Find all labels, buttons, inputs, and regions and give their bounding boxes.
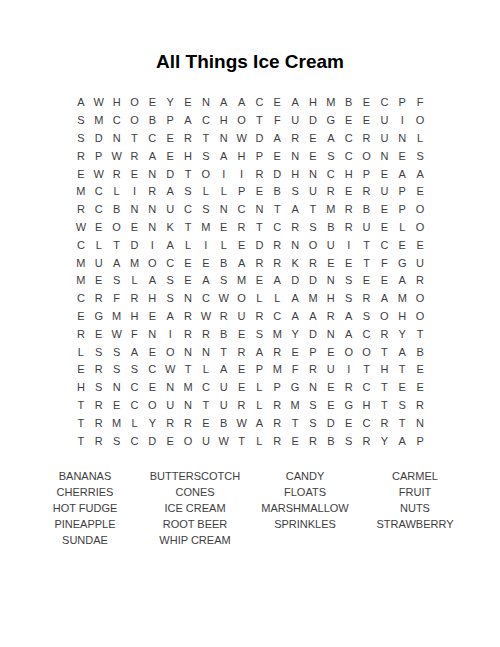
grid-cell[interactable]: A xyxy=(197,272,215,290)
grid-cell[interactable]: G xyxy=(322,112,340,130)
grid-cell[interactable]: C xyxy=(251,94,269,112)
grid-cell[interactable]: N xyxy=(197,94,215,112)
grid-cell[interactable]: M xyxy=(304,290,322,308)
grid-cell[interactable]: T xyxy=(197,397,215,415)
grid-cell[interactable]: E xyxy=(322,379,340,397)
grid-cell[interactable]: C xyxy=(143,361,161,379)
grid-cell[interactable]: S xyxy=(197,201,215,219)
grid-cell[interactable]: S xyxy=(304,397,322,415)
grid-cell[interactable]: R xyxy=(268,236,286,254)
grid-cell[interactable]: U xyxy=(215,397,233,415)
grid-cell[interactable]: S xyxy=(108,361,126,379)
grid-cell[interactable]: A xyxy=(393,343,411,361)
grid-cell[interactable]: R xyxy=(126,147,144,165)
grid-cell[interactable]: O xyxy=(411,112,429,130)
grid-cell[interactable]: B xyxy=(143,112,161,130)
grid-cell[interactable]: N xyxy=(126,201,144,219)
grid-cell[interactable]: E xyxy=(286,432,304,450)
grid-cell[interactable]: A xyxy=(161,308,179,326)
grid-cell[interactable]: C xyxy=(197,379,215,397)
grid-cell[interactable]: C xyxy=(126,379,144,397)
grid-cell[interactable]: D xyxy=(143,432,161,450)
grid-cell[interactable]: R xyxy=(268,397,286,415)
grid-cell[interactable]: A xyxy=(268,272,286,290)
grid-cell[interactable]: E xyxy=(143,308,161,326)
grid-cell[interactable]: A xyxy=(215,94,233,112)
grid-cell[interactable]: S xyxy=(393,397,411,415)
grid-cell[interactable]: E xyxy=(375,201,393,219)
grid-cell[interactable]: C xyxy=(161,254,179,272)
grid-cell[interactable]: T xyxy=(286,414,304,432)
grid-cell[interactable]: L xyxy=(179,236,197,254)
grid-cell[interactable]: R xyxy=(340,379,358,397)
grid-cell[interactable]: B xyxy=(322,219,340,237)
grid-cell[interactable]: S xyxy=(108,343,126,361)
grid-cell[interactable]: S xyxy=(340,290,358,308)
grid-cell[interactable]: A xyxy=(233,254,251,272)
grid-cell[interactable]: E xyxy=(340,112,358,130)
grid-cell[interactable]: S xyxy=(411,147,429,165)
grid-cell[interactable]: P xyxy=(268,379,286,397)
grid-cell[interactable]: U xyxy=(322,236,340,254)
grid-cell[interactable]: T xyxy=(179,165,197,183)
grid-cell[interactable]: I xyxy=(143,236,161,254)
grid-cell[interactable]: E xyxy=(161,130,179,148)
grid-cell[interactable]: R xyxy=(72,201,90,219)
grid-cell[interactable]: T xyxy=(358,361,376,379)
grid-cell[interactable]: R xyxy=(72,325,90,343)
grid-cell[interactable]: C xyxy=(197,290,215,308)
grid-cell[interactable]: S xyxy=(215,272,233,290)
grid-cell[interactable]: T xyxy=(251,219,269,237)
grid-cell[interactable]: E xyxy=(197,414,215,432)
grid-cell[interactable]: C xyxy=(358,379,376,397)
grid-cell[interactable]: E xyxy=(322,254,340,272)
grid-cell[interactable]: E xyxy=(72,165,90,183)
grid-cell[interactable]: U xyxy=(161,397,179,415)
grid-cell[interactable]: C xyxy=(90,183,108,201)
grid-cell[interactable]: R xyxy=(358,432,376,450)
grid-cell[interactable]: S xyxy=(179,183,197,201)
grid-cell[interactable]: W xyxy=(233,414,251,432)
grid-cell[interactable]: B xyxy=(358,201,376,219)
grid-cell[interactable]: A xyxy=(179,112,197,130)
grid-cell[interactable]: I xyxy=(233,165,251,183)
grid-cell[interactable]: N xyxy=(393,130,411,148)
grid-cell[interactable]: E xyxy=(161,432,179,450)
grid-cell[interactable]: A xyxy=(340,325,358,343)
grid-cell[interactable]: N xyxy=(197,343,215,361)
grid-cell[interactable]: O xyxy=(161,343,179,361)
grid-cell[interactable]: R xyxy=(268,343,286,361)
grid-cell[interactable]: W xyxy=(215,432,233,450)
grid-cell[interactable]: E xyxy=(304,147,322,165)
grid-cell[interactable]: D xyxy=(90,130,108,148)
grid-cell[interactable]: Y xyxy=(286,325,304,343)
grid-cell[interactable]: A xyxy=(411,165,429,183)
grid-cell[interactable]: T xyxy=(304,201,322,219)
grid-cell[interactable]: E xyxy=(179,254,197,272)
grid-cell[interactable]: E xyxy=(233,236,251,254)
grid-cell[interactable]: E xyxy=(375,219,393,237)
grid-cell[interactable]: E xyxy=(233,325,251,343)
grid-cell[interactable]: U xyxy=(322,361,340,379)
grid-cell[interactable]: U xyxy=(233,308,251,326)
grid-cell[interactable]: R xyxy=(268,414,286,432)
grid-cell[interactable]: T xyxy=(411,325,429,343)
grid-cell[interactable]: R xyxy=(304,432,322,450)
grid-cell[interactable]: S xyxy=(126,361,144,379)
grid-cell[interactable]: U xyxy=(286,112,304,130)
grid-cell[interactable]: E xyxy=(358,94,376,112)
grid-cell[interactable]: O xyxy=(411,219,429,237)
grid-cell[interactable]: P xyxy=(233,183,251,201)
grid-cell[interactable]: A xyxy=(251,414,269,432)
grid-cell[interactable]: N xyxy=(108,379,126,397)
grid-cell[interactable]: L xyxy=(108,183,126,201)
grid-cell[interactable]: B xyxy=(322,432,340,450)
grid-cell[interactable]: P xyxy=(90,147,108,165)
grid-cell[interactable]: H xyxy=(108,94,126,112)
grid-cell[interactable]: U xyxy=(215,379,233,397)
grid-cell[interactable]: D xyxy=(268,165,286,183)
grid-cell[interactable]: C xyxy=(72,236,90,254)
grid-cell[interactable]: O xyxy=(126,94,144,112)
grid-cell[interactable]: M xyxy=(179,379,197,397)
grid-cell[interactable]: M xyxy=(322,201,340,219)
grid-cell[interactable]: L xyxy=(215,236,233,254)
grid-cell[interactable]: U xyxy=(375,183,393,201)
grid-cell[interactable]: E xyxy=(340,183,358,201)
grid-cell[interactable]: S xyxy=(161,290,179,308)
grid-cell[interactable]: E xyxy=(143,379,161,397)
grid-cell[interactable]: R xyxy=(233,397,251,415)
grid-cell[interactable]: P xyxy=(411,432,429,450)
grid-cell[interactable]: E xyxy=(393,236,411,254)
grid-cell[interactable]: A xyxy=(393,432,411,450)
grid-cell[interactable]: B xyxy=(268,183,286,201)
grid-cell[interactable]: I xyxy=(393,112,411,130)
grid-cell[interactable]: W xyxy=(108,147,126,165)
grid-cell[interactable]: N xyxy=(304,379,322,397)
grid-cell[interactable]: A xyxy=(233,94,251,112)
grid-cell[interactable]: R xyxy=(179,414,197,432)
grid-cell[interactable]: M xyxy=(90,112,108,130)
grid-cell[interactable]: R xyxy=(411,397,429,415)
grid-cell[interactable]: E xyxy=(72,361,90,379)
grid-cell[interactable]: C xyxy=(268,219,286,237)
grid-cell[interactable]: O xyxy=(126,112,144,130)
grid-cell[interactable]: U xyxy=(304,183,322,201)
grid-cell[interactable]: D xyxy=(304,272,322,290)
grid-cell[interactable]: E xyxy=(108,397,126,415)
grid-cell[interactable]: M xyxy=(72,183,90,201)
grid-cell[interactable]: C xyxy=(340,130,358,148)
grid-cell[interactable]: D xyxy=(126,236,144,254)
grid-cell[interactable]: P xyxy=(251,147,269,165)
grid-cell[interactable]: G xyxy=(393,254,411,272)
grid-cell[interactable]: S xyxy=(358,308,376,326)
grid-cell[interactable]: T xyxy=(197,130,215,148)
grid-cell[interactable]: H xyxy=(286,165,304,183)
grid-cell[interactable]: C xyxy=(143,130,161,148)
grid-cell[interactable]: E xyxy=(179,94,197,112)
grid-cell[interactable]: D xyxy=(304,112,322,130)
grid-cell[interactable]: B xyxy=(215,325,233,343)
grid-cell[interactable]: N xyxy=(179,290,197,308)
grid-cell[interactable]: R xyxy=(411,272,429,290)
grid-cell[interactable]: S xyxy=(72,130,90,148)
grid-cell[interactable]: N xyxy=(322,272,340,290)
grid-cell[interactable]: A xyxy=(161,236,179,254)
grid-cell[interactable]: N xyxy=(179,343,197,361)
grid-cell[interactable]: L xyxy=(72,343,90,361)
grid-cell[interactable]: S xyxy=(197,147,215,165)
grid-cell[interactable]: B xyxy=(340,94,358,112)
grid-cell[interactable]: S xyxy=(108,272,126,290)
grid-cell[interactable]: U xyxy=(161,201,179,219)
grid-cell[interactable]: A xyxy=(393,272,411,290)
grid-cell[interactable]: E xyxy=(322,343,340,361)
grid-cell[interactable]: N xyxy=(143,325,161,343)
grid-cell[interactable]: R xyxy=(233,343,251,361)
grid-cell[interactable]: R xyxy=(286,130,304,148)
grid-cell[interactable]: R xyxy=(286,219,304,237)
grid-cell[interactable]: S xyxy=(340,272,358,290)
grid-cell[interactable]: R xyxy=(322,308,340,326)
grid-cell[interactable]: C xyxy=(268,308,286,326)
grid-cell[interactable]: L xyxy=(197,361,215,379)
grid-cell[interactable]: C xyxy=(375,94,393,112)
grid-cell[interactable]: E xyxy=(233,361,251,379)
grid-cell[interactable]: L xyxy=(251,290,269,308)
grid-cell[interactable]: P xyxy=(358,165,376,183)
grid-cell[interactable]: R xyxy=(197,325,215,343)
grid-cell[interactable]: M xyxy=(72,254,90,272)
grid-cell[interactable]: A xyxy=(126,343,144,361)
grid-cell[interactable]: I xyxy=(215,165,233,183)
grid-cell[interactable]: E xyxy=(286,343,304,361)
grid-cell[interactable]: E xyxy=(375,272,393,290)
grid-cell[interactable]: N xyxy=(143,201,161,219)
grid-cell[interactable]: A xyxy=(143,272,161,290)
grid-cell[interactable]: W xyxy=(108,325,126,343)
grid-cell[interactable]: O xyxy=(340,343,358,361)
grid-cell[interactable]: N xyxy=(304,165,322,183)
grid-cell[interactable]: R xyxy=(90,361,108,379)
grid-cell[interactable]: L xyxy=(268,290,286,308)
grid-cell[interactable]: G xyxy=(90,308,108,326)
grid-cell[interactable]: A xyxy=(286,308,304,326)
grid-cell[interactable]: A xyxy=(393,165,411,183)
grid-cell[interactable]: R xyxy=(179,308,197,326)
grid-cell[interactable]: R xyxy=(72,147,90,165)
grid-cell[interactable]: N xyxy=(143,165,161,183)
grid-cell[interactable]: O xyxy=(411,308,429,326)
grid-cell[interactable]: Y xyxy=(161,94,179,112)
grid-cell[interactable]: R xyxy=(375,414,393,432)
grid-cell[interactable]: R xyxy=(251,308,269,326)
grid-cell[interactable]: T xyxy=(393,414,411,432)
grid-cell[interactable]: H xyxy=(340,165,358,183)
grid-cell[interactable]: E xyxy=(411,379,429,397)
grid-cell[interactable]: R xyxy=(90,397,108,415)
grid-cell[interactable]: E xyxy=(143,94,161,112)
grid-cell[interactable]: S xyxy=(90,379,108,397)
grid-cell[interactable]: N xyxy=(143,219,161,237)
grid-cell[interactable]: E xyxy=(126,219,144,237)
grid-cell[interactable]: R xyxy=(90,290,108,308)
grid-cell[interactable]: G xyxy=(340,397,358,415)
grid-cell[interactable]: N xyxy=(375,147,393,165)
grid-cell[interactable]: U xyxy=(411,254,429,272)
grid-cell[interactable]: R xyxy=(251,165,269,183)
grid-cell[interactable]: O xyxy=(179,432,197,450)
grid-cell[interactable]: E xyxy=(340,414,358,432)
grid-cell[interactable]: N xyxy=(215,130,233,148)
grid-cell[interactable]: S xyxy=(90,343,108,361)
grid-cell[interactable]: C xyxy=(108,112,126,130)
grid-cell[interactable]: F xyxy=(375,254,393,272)
grid-cell[interactable]: T xyxy=(358,254,376,272)
grid-cell[interactable]: P xyxy=(393,183,411,201)
grid-cell[interactable]: T xyxy=(72,414,90,432)
grid-cell[interactable]: F xyxy=(411,94,429,112)
grid-cell[interactable]: A xyxy=(72,94,90,112)
grid-cell[interactable]: A xyxy=(268,130,286,148)
grid-cell[interactable]: B xyxy=(215,254,233,272)
grid-cell[interactable]: R xyxy=(322,183,340,201)
grid-cell[interactable]: W xyxy=(215,290,233,308)
grid-cell[interactable]: F xyxy=(286,361,304,379)
grid-cell[interactable]: E xyxy=(375,165,393,183)
grid-cell[interactable]: A xyxy=(286,201,304,219)
grid-cell[interactable]: R xyxy=(108,165,126,183)
grid-cell[interactable]: R xyxy=(304,254,322,272)
grid-cell[interactable]: O xyxy=(411,201,429,219)
grid-cell[interactable]: F xyxy=(126,325,144,343)
grid-cell[interactable]: E xyxy=(90,325,108,343)
grid-cell[interactable]: U xyxy=(375,112,393,130)
grid-cell[interactable]: O xyxy=(411,290,429,308)
grid-cell[interactable]: D xyxy=(286,272,304,290)
grid-cell[interactable]: M xyxy=(108,414,126,432)
grid-cell[interactable]: U xyxy=(358,219,376,237)
grid-cell[interactable]: W xyxy=(90,165,108,183)
grid-cell[interactable]: E xyxy=(411,361,429,379)
grid-cell[interactable]: T xyxy=(179,361,197,379)
grid-cell[interactable]: A xyxy=(215,147,233,165)
grid-cell[interactable]: C xyxy=(358,414,376,432)
grid-cell[interactable]: D xyxy=(251,130,269,148)
grid-cell[interactable]: R xyxy=(233,219,251,237)
grid-cell[interactable]: R xyxy=(179,130,197,148)
grid-cell[interactable]: T xyxy=(358,236,376,254)
grid-cell[interactable]: N xyxy=(322,325,340,343)
grid-cell[interactable]: E xyxy=(143,343,161,361)
grid-cell[interactable]: M xyxy=(286,397,304,415)
grid-cell[interactable]: C xyxy=(72,290,90,308)
grid-cell[interactable]: H xyxy=(215,112,233,130)
grid-cell[interactable]: T xyxy=(126,130,144,148)
grid-cell[interactable]: H xyxy=(358,397,376,415)
grid-cell[interactable]: A xyxy=(286,94,304,112)
grid-cell[interactable]: H xyxy=(393,308,411,326)
grid-cell[interactable]: Y xyxy=(375,432,393,450)
grid-cell[interactable]: I xyxy=(161,325,179,343)
grid-cell[interactable]: A xyxy=(286,290,304,308)
grid-cell[interactable]: T xyxy=(233,432,251,450)
grid-cell[interactable]: E xyxy=(268,94,286,112)
grid-cell[interactable]: D xyxy=(304,325,322,343)
grid-cell[interactable]: A xyxy=(251,343,269,361)
grid-cell[interactable]: T xyxy=(72,432,90,450)
grid-cell[interactable]: A xyxy=(340,308,358,326)
grid-cell[interactable]: R xyxy=(126,290,144,308)
grid-cell[interactable]: A xyxy=(161,183,179,201)
grid-cell[interactable]: E xyxy=(340,254,358,272)
grid-cell[interactable]: E xyxy=(126,165,144,183)
grid-cell[interactable]: C xyxy=(126,397,144,415)
grid-cell[interactable]: K xyxy=(161,219,179,237)
grid-cell[interactable]: P xyxy=(393,94,411,112)
grid-cell[interactable]: S xyxy=(304,219,322,237)
grid-cell[interactable]: R xyxy=(179,325,197,343)
grid-cell[interactable]: E xyxy=(90,272,108,290)
grid-cell[interactable]: O xyxy=(233,112,251,130)
grid-cell[interactable]: T xyxy=(268,201,286,219)
grid-cell[interactable]: E xyxy=(72,308,90,326)
grid-cell[interactable]: S xyxy=(72,112,90,130)
grid-cell[interactable]: S xyxy=(108,432,126,450)
grid-cell[interactable]: R xyxy=(90,432,108,450)
grid-cell[interactable]: O xyxy=(375,308,393,326)
grid-cell[interactable]: C xyxy=(126,432,144,450)
grid-cell[interactable]: M xyxy=(108,308,126,326)
grid-cell[interactable]: C xyxy=(90,201,108,219)
grid-cell[interactable]: R xyxy=(358,183,376,201)
grid-cell[interactable]: S xyxy=(322,147,340,165)
grid-cell[interactable]: W xyxy=(161,361,179,379)
grid-cell[interactable]: L xyxy=(251,432,269,450)
grid-cell[interactable]: W xyxy=(90,94,108,112)
grid-cell[interactable]: P xyxy=(393,201,411,219)
grid-cell[interactable]: O xyxy=(143,254,161,272)
grid-cell[interactable]: N xyxy=(411,414,429,432)
grid-cell[interactable]: N xyxy=(215,201,233,219)
grid-cell[interactable]: E xyxy=(161,147,179,165)
grid-cell[interactable]: L xyxy=(393,219,411,237)
grid-cell[interactable]: C xyxy=(358,325,376,343)
grid-cell[interactable]: I xyxy=(197,236,215,254)
grid-cell[interactable]: R xyxy=(358,130,376,148)
grid-cell[interactable]: K xyxy=(286,254,304,272)
grid-cell[interactable]: A xyxy=(375,290,393,308)
grid-cell[interactable]: E xyxy=(197,254,215,272)
grid-cell[interactable]: H xyxy=(375,361,393,379)
grid-cell[interactable]: U xyxy=(375,130,393,148)
grid-cell[interactable]: M xyxy=(72,272,90,290)
grid-cell[interactable]: I xyxy=(340,236,358,254)
grid-cell[interactable]: N xyxy=(251,201,269,219)
grid-cell[interactable]: L xyxy=(215,183,233,201)
grid-cell[interactable]: T xyxy=(251,112,269,130)
grid-cell[interactable]: L xyxy=(251,379,269,397)
grid-cell[interactable]: E xyxy=(358,112,376,130)
grid-cell[interactable]: W xyxy=(197,308,215,326)
grid-cell[interactable]: T xyxy=(375,343,393,361)
grid-cell[interactable]: N xyxy=(179,397,197,415)
